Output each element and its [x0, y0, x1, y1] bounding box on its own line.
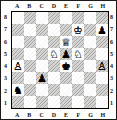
square-c3[interactable]: ♟ — [36, 72, 48, 84]
square-g2[interactable] — [84, 84, 96, 96]
square-g7[interactable] — [84, 24, 96, 36]
square-f8[interactable] — [72, 12, 84, 24]
black-pawn[interactable]: ♟ — [60, 48, 72, 60]
square-g3[interactable] — [84, 72, 96, 84]
square-b5[interactable] — [24, 48, 36, 60]
square-b3[interactable] — [24, 72, 36, 84]
square-a2[interactable]: ♞ — [12, 84, 24, 96]
file-labels-bottom: ABCDEFGH — [11, 111, 109, 119]
rank-labels-right: 87654321 — [107, 11, 116, 109]
square-e4[interactable]: ♚ — [60, 60, 72, 72]
rank-label-1: 1 — [1, 97, 10, 109]
file-label-b: B — [23, 2, 35, 10]
file-label-h: H — [97, 111, 109, 119]
black-pawn[interactable]: ♟ — [36, 72, 48, 84]
square-g4[interactable] — [84, 60, 96, 72]
rank-label-5: 5 — [1, 48, 10, 60]
square-d8[interactable] — [48, 12, 60, 24]
file-label-d: D — [48, 2, 60, 10]
square-c4[interactable] — [36, 60, 48, 72]
rank-label-4: 4 — [107, 60, 116, 72]
file-label-a: A — [11, 2, 23, 10]
square-g6[interactable] — [84, 36, 96, 48]
rank-label-6: 6 — [1, 36, 10, 48]
rank-label-3: 3 — [107, 72, 116, 84]
file-label-h: H — [97, 2, 109, 10]
square-b4[interactable] — [24, 60, 36, 72]
file-label-g: G — [85, 2, 97, 10]
file-label-a: A — [11, 111, 23, 119]
rank-label-8: 8 — [1, 11, 10, 23]
square-f6[interactable] — [72, 36, 84, 48]
file-labels-top: ABCDEFGH — [11, 2, 109, 10]
square-f3[interactable] — [72, 72, 84, 84]
square-e8[interactable] — [60, 12, 72, 24]
rank-label-5: 5 — [107, 48, 116, 60]
white-knight[interactable]: ♘ — [72, 48, 84, 60]
square-e7[interactable] — [60, 24, 72, 36]
square-g5[interactable] — [84, 48, 96, 60]
square-b6[interactable] — [24, 36, 36, 48]
white-knight[interactable]: ♘ — [48, 48, 60, 60]
square-d3[interactable] — [48, 72, 60, 84]
file-label-c: C — [36, 2, 48, 10]
black-knight[interactable]: ♞ — [12, 84, 24, 96]
rank-label-3: 3 — [1, 72, 10, 84]
white-queen[interactable]: ♕ — [60, 36, 72, 48]
square-f4[interactable] — [72, 60, 84, 72]
square-e3[interactable] — [60, 72, 72, 84]
square-c1[interactable] — [36, 96, 48, 108]
black-king[interactable]: ♚ — [60, 60, 72, 72]
square-c5[interactable] — [36, 48, 48, 60]
file-label-f: F — [72, 111, 84, 119]
file-label-c: C — [36, 111, 48, 119]
white-pawn[interactable]: ♙ — [12, 60, 24, 72]
square-e5[interactable]: ♟ — [60, 48, 72, 60]
square-c2[interactable] — [36, 84, 48, 96]
rank-label-7: 7 — [107, 23, 116, 35]
rank-label-7: 7 — [1, 23, 10, 35]
square-d6[interactable] — [48, 36, 60, 48]
file-label-g: G — [85, 111, 97, 119]
square-g1[interactable] — [84, 96, 96, 108]
chess-board[interactable]: ♔♟♕♘♟♘♙♚♙♟♞ — [11, 11, 109, 109]
square-b2[interactable] — [24, 84, 36, 96]
square-b1[interactable] — [24, 96, 36, 108]
square-c8[interactable] — [36, 12, 48, 24]
square-c7[interactable] — [36, 24, 48, 36]
rank-label-6: 6 — [107, 36, 116, 48]
square-d2[interactable] — [48, 84, 60, 96]
square-a3[interactable] — [12, 72, 24, 84]
rank-label-1: 1 — [107, 97, 116, 109]
square-d5[interactable]: ♘ — [48, 48, 60, 60]
square-a8[interactable] — [12, 12, 24, 24]
rank-label-2: 2 — [107, 85, 116, 97]
square-f7[interactable]: ♔ — [72, 24, 84, 36]
rank-label-2: 2 — [1, 85, 10, 97]
square-f2[interactable] — [72, 84, 84, 96]
rank-label-4: 4 — [1, 60, 10, 72]
square-a6[interactable] — [12, 36, 24, 48]
square-a4[interactable]: ♙ — [12, 60, 24, 72]
file-label-e: E — [60, 111, 72, 119]
file-label-b: B — [23, 111, 35, 119]
square-f5[interactable]: ♘ — [72, 48, 84, 60]
square-e2[interactable] — [60, 84, 72, 96]
square-b7[interactable] — [24, 24, 36, 36]
square-e6[interactable]: ♕ — [60, 36, 72, 48]
square-d4[interactable] — [48, 60, 60, 72]
rank-labels-left: 87654321 — [1, 11, 10, 109]
square-c6[interactable] — [36, 36, 48, 48]
chess-diagram: ABCDEFGH 87654321 ♔♟♕♘♟♘♙♚♙♟♞ 87654321 A… — [0, 0, 117, 120]
square-a5[interactable] — [12, 48, 24, 60]
square-e1[interactable] — [60, 96, 72, 108]
square-a7[interactable] — [12, 24, 24, 36]
square-d7[interactable] — [48, 24, 60, 36]
square-b8[interactable] — [24, 12, 36, 24]
file-label-f: F — [72, 2, 84, 10]
square-d1[interactable] — [48, 96, 60, 108]
file-label-e: E — [60, 2, 72, 10]
rank-label-8: 8 — [107, 11, 116, 23]
square-g8[interactable] — [84, 12, 96, 24]
file-label-d: D — [48, 111, 60, 119]
square-f1[interactable] — [72, 96, 84, 108]
square-a1[interactable] — [12, 96, 24, 108]
white-king[interactable]: ♔ — [72, 24, 84, 36]
